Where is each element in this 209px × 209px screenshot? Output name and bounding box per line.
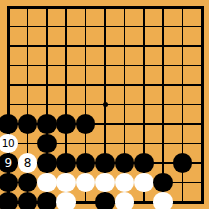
move-number-label: 9 xyxy=(4,157,11,169)
black-stone xyxy=(134,153,154,173)
black-stone xyxy=(56,153,76,173)
black-stone xyxy=(153,173,173,193)
black-stone xyxy=(18,114,38,134)
black-stone xyxy=(173,153,193,173)
star-point xyxy=(103,102,108,107)
white-stone xyxy=(95,173,115,193)
move-number-label: 10 xyxy=(2,138,14,149)
black-stone xyxy=(37,153,57,173)
black-stone xyxy=(95,192,115,209)
go-board[interactable]: 1098 xyxy=(0,0,209,209)
black-stone xyxy=(18,192,38,209)
black-stone xyxy=(95,153,115,173)
white-stone xyxy=(134,173,154,193)
black-stone xyxy=(0,114,18,134)
white-stone xyxy=(56,173,76,193)
black-stone xyxy=(76,114,96,134)
white-stone xyxy=(153,192,173,209)
move-9-stone: 9 xyxy=(0,153,18,173)
white-stone xyxy=(56,192,76,209)
black-stone xyxy=(56,114,76,134)
grid-line-vertical xyxy=(182,7,184,202)
white-stone xyxy=(115,192,135,209)
black-stone xyxy=(37,114,57,134)
move-10-stone: 10 xyxy=(0,134,18,154)
black-stone xyxy=(37,134,57,154)
black-stone xyxy=(37,192,57,209)
black-stone xyxy=(115,153,135,173)
move-8-stone: 8 xyxy=(18,153,38,173)
black-stone xyxy=(0,192,18,209)
white-stone xyxy=(37,173,57,193)
move-number-label: 8 xyxy=(24,157,31,169)
black-stone xyxy=(0,173,18,193)
black-stone xyxy=(76,153,96,173)
